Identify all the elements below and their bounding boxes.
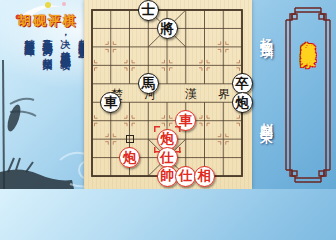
river-label-right: 漢 界 [185, 86, 239, 103]
intro-column: 车马炮卒孤士局势，赵国荣 [38, 31, 56, 155]
last-move-to-marker [154, 126, 181, 153]
player-name-red: 赵国荣 [257, 112, 275, 124]
intro-column: 决，曾形成车双炮缺单相攻 [56, 31, 74, 155]
intro-column: 精彩获胜走上巅峰。 [20, 31, 38, 155]
title-banner: 象棋国手精彩搏杀 [282, 4, 334, 186]
piece-red-相[interactable]: 相 [194, 166, 215, 187]
piece-black-將[interactable]: 將 [157, 18, 178, 39]
piece-black-車[interactable]: 車 [100, 92, 121, 113]
piece-red-炮[interactable]: 炮 [119, 147, 140, 168]
piece-black-馬[interactable]: 馬 [138, 73, 159, 94]
piece-black-士[interactable]: 士 [138, 0, 159, 21]
video-frame: { "logo": { "text": "胡砚评棋" }, "intro": {… [0, 0, 336, 189]
logo-text: 胡砚评棋 [18, 12, 78, 30]
xiangqi-board: 楚 河 漢 界 士將馬卒車炮車炮炮仕帥仕相 [84, 0, 252, 189]
player-name-black: 杨官璘 [257, 27, 275, 39]
intro-text: 赵国荣崛起时与杨官璘对决，曾形成车双炮缺单相攻车马炮卒孤士局势，赵国荣精彩获胜走… [18, 31, 92, 155]
piece-black-炮[interactable]: 炮 [232, 92, 253, 113]
banner-title: 象棋国手精彩搏杀 [299, 30, 318, 42]
last-move-from-marker [126, 135, 134, 143]
